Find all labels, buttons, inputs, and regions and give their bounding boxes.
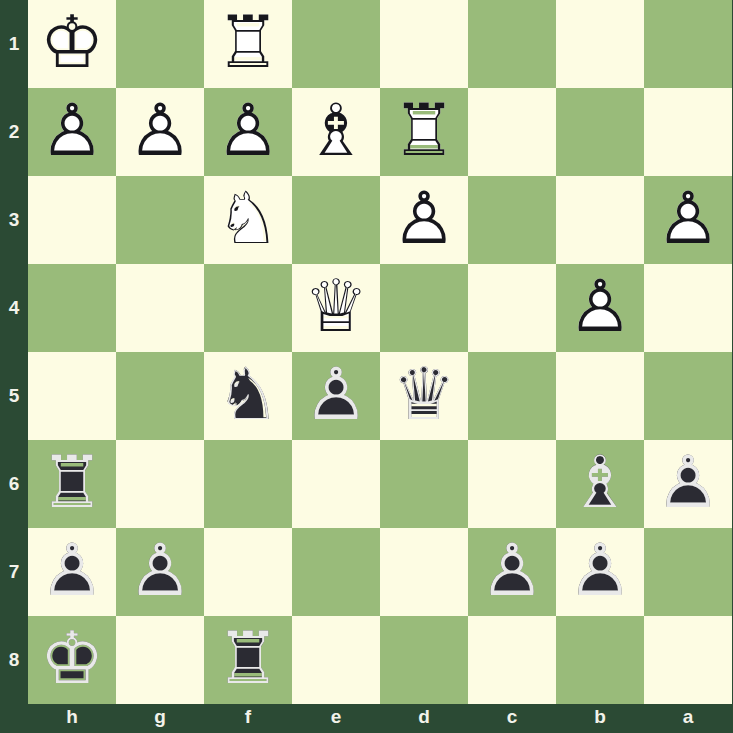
file-label-e: e bbox=[292, 704, 380, 733]
white-pawn-icon-outline: ♙ bbox=[28, 88, 116, 176]
square-a8[interactable] bbox=[644, 616, 732, 704]
square-b4[interactable]: ♟♙ bbox=[556, 264, 644, 352]
black-king-icon-outline: ♔ bbox=[28, 616, 116, 704]
square-d4[interactable] bbox=[380, 264, 468, 352]
black-queen-icon: ♛♕ bbox=[380, 352, 468, 440]
white-rook-icon-outline: ♖ bbox=[380, 88, 468, 176]
black-king-icon: ♚♔ bbox=[28, 616, 116, 704]
black-rook-icon-outline: ♖ bbox=[28, 440, 116, 528]
square-h8[interactable]: ♚♔ bbox=[28, 616, 116, 704]
rank-label-3: 3 bbox=[0, 176, 28, 264]
black-pawn-icon-outline: ♙ bbox=[28, 528, 116, 616]
rank-label-4: 4 bbox=[0, 264, 28, 352]
square-c4[interactable] bbox=[468, 264, 556, 352]
square-c2[interactable] bbox=[468, 88, 556, 176]
rank-label-7: 7 bbox=[0, 528, 28, 616]
file-label-f: f bbox=[204, 704, 292, 733]
white-knight-icon: ♞♘ bbox=[204, 176, 292, 264]
file-label-b: b bbox=[556, 704, 644, 733]
white-pawn-icon: ♟♙ bbox=[28, 88, 116, 176]
file-label-h: h bbox=[28, 704, 116, 733]
square-b2[interactable] bbox=[556, 88, 644, 176]
square-a7[interactable] bbox=[644, 528, 732, 616]
square-f2[interactable]: ♟♙ bbox=[204, 88, 292, 176]
square-g4[interactable] bbox=[116, 264, 204, 352]
square-d3[interactable]: ♟♙ bbox=[380, 176, 468, 264]
square-g8[interactable] bbox=[116, 616, 204, 704]
white-pawn-icon: ♟♙ bbox=[644, 176, 732, 264]
black-knight-icon-outline: ♘ bbox=[204, 352, 292, 440]
black-pawn-icon: ♟♙ bbox=[116, 528, 204, 616]
square-e7[interactable] bbox=[292, 528, 380, 616]
black-pawn-icon: ♟♙ bbox=[292, 352, 380, 440]
square-f3[interactable]: ♞♘ bbox=[204, 176, 292, 264]
black-queen-icon-outline: ♕ bbox=[380, 352, 468, 440]
square-d2[interactable]: ♜♖ bbox=[380, 88, 468, 176]
square-h7[interactable]: ♟♙ bbox=[28, 528, 116, 616]
square-b6[interactable]: ♝♗ bbox=[556, 440, 644, 528]
square-e1[interactable] bbox=[292, 0, 380, 88]
black-pawn-icon-outline: ♙ bbox=[468, 528, 556, 616]
black-pawn-icon-outline: ♙ bbox=[116, 528, 204, 616]
square-c6[interactable] bbox=[468, 440, 556, 528]
square-a1[interactable] bbox=[644, 0, 732, 88]
rank-label-5: 5 bbox=[0, 352, 28, 440]
white-queen-icon: ♛♕ bbox=[292, 264, 380, 352]
square-g3[interactable] bbox=[116, 176, 204, 264]
rank-label-2: 2 bbox=[0, 88, 28, 176]
file-labels: hgfedcba bbox=[28, 704, 732, 733]
square-d5[interactable]: ♛♕ bbox=[380, 352, 468, 440]
square-b1[interactable] bbox=[556, 0, 644, 88]
square-h4[interactable] bbox=[28, 264, 116, 352]
rank-label-6: 6 bbox=[0, 440, 28, 528]
square-d7[interactable] bbox=[380, 528, 468, 616]
white-rook-icon: ♜♖ bbox=[380, 88, 468, 176]
black-rook-icon: ♜♖ bbox=[28, 440, 116, 528]
chessboard-frame: 12345678 ♚♔♜♖♟♙♟♙♟♙♝♗♜♖♞♘♟♙♟♙♛♕♟♙♞♘♟♙♛♕♜… bbox=[0, 0, 733, 733]
file-label-a: a bbox=[644, 704, 732, 733]
white-bishop-icon: ♝♗ bbox=[292, 88, 380, 176]
file-label-c: c bbox=[468, 704, 556, 733]
white-pawn-icon: ♟♙ bbox=[116, 88, 204, 176]
square-f8[interactable]: ♜♖ bbox=[204, 616, 292, 704]
square-e6[interactable] bbox=[292, 440, 380, 528]
white-knight-icon-outline: ♘ bbox=[204, 176, 292, 264]
square-e8[interactable] bbox=[292, 616, 380, 704]
square-b8[interactable] bbox=[556, 616, 644, 704]
square-b7[interactable]: ♟♙ bbox=[556, 528, 644, 616]
square-c8[interactable] bbox=[468, 616, 556, 704]
square-h2[interactable]: ♟♙ bbox=[28, 88, 116, 176]
white-pawn-icon-outline: ♙ bbox=[204, 88, 292, 176]
black-pawn-icon: ♟♙ bbox=[468, 528, 556, 616]
square-g6[interactable] bbox=[116, 440, 204, 528]
white-pawn-icon-outline: ♙ bbox=[644, 176, 732, 264]
square-d1[interactable] bbox=[380, 0, 468, 88]
white-bishop-icon-outline: ♗ bbox=[292, 88, 380, 176]
square-a5[interactable] bbox=[644, 352, 732, 440]
square-h5[interactable] bbox=[28, 352, 116, 440]
square-e2[interactable]: ♝♗ bbox=[292, 88, 380, 176]
square-g2[interactable]: ♟♙ bbox=[116, 88, 204, 176]
black-bishop-icon-outline: ♗ bbox=[556, 440, 644, 528]
black-rook-icon-outline: ♖ bbox=[204, 616, 292, 704]
square-h3[interactable] bbox=[28, 176, 116, 264]
square-f7[interactable] bbox=[204, 528, 292, 616]
square-c7[interactable]: ♟♙ bbox=[468, 528, 556, 616]
square-e5[interactable]: ♟♙ bbox=[292, 352, 380, 440]
file-label-g: g bbox=[116, 704, 204, 733]
white-pawn-icon-outline: ♙ bbox=[556, 264, 644, 352]
square-a3[interactable]: ♟♙ bbox=[644, 176, 732, 264]
square-a4[interactable] bbox=[644, 264, 732, 352]
file-label-d: d bbox=[380, 704, 468, 733]
black-knight-icon: ♞♘ bbox=[204, 352, 292, 440]
rank-labels: 12345678 bbox=[0, 0, 28, 704]
white-pawn-icon-outline: ♙ bbox=[116, 88, 204, 176]
black-bishop-icon: ♝♗ bbox=[556, 440, 644, 528]
black-pawn-icon: ♟♙ bbox=[556, 528, 644, 616]
square-f5[interactable]: ♞♘ bbox=[204, 352, 292, 440]
square-b3[interactable] bbox=[556, 176, 644, 264]
square-d8[interactable] bbox=[380, 616, 468, 704]
white-pawn-icon: ♟♙ bbox=[380, 176, 468, 264]
square-c5[interactable] bbox=[468, 352, 556, 440]
white-pawn-icon: ♟♙ bbox=[556, 264, 644, 352]
white-rook-icon: ♜♖ bbox=[204, 0, 292, 88]
white-king-icon-outline: ♔ bbox=[28, 0, 116, 88]
rank-label-1: 1 bbox=[0, 0, 28, 88]
square-g7[interactable]: ♟♙ bbox=[116, 528, 204, 616]
white-rook-icon-outline: ♖ bbox=[204, 0, 292, 88]
square-h1[interactable]: ♚♔ bbox=[28, 0, 116, 88]
white-pawn-icon: ♟♙ bbox=[204, 88, 292, 176]
square-a2[interactable] bbox=[644, 88, 732, 176]
square-f4[interactable] bbox=[204, 264, 292, 352]
square-c1[interactable] bbox=[468, 0, 556, 88]
square-d6[interactable] bbox=[380, 440, 468, 528]
black-pawn-icon-outline: ♙ bbox=[292, 352, 380, 440]
black-rook-icon: ♜♖ bbox=[204, 616, 292, 704]
white-queen-icon-outline: ♕ bbox=[292, 264, 380, 352]
square-a6[interactable]: ♟♙ bbox=[644, 440, 732, 528]
black-pawn-icon-outline: ♙ bbox=[556, 528, 644, 616]
white-pawn-icon-outline: ♙ bbox=[380, 176, 468, 264]
square-g1[interactable] bbox=[116, 0, 204, 88]
square-e3[interactable] bbox=[292, 176, 380, 264]
square-b5[interactable] bbox=[556, 352, 644, 440]
square-f6[interactable] bbox=[204, 440, 292, 528]
square-g5[interactable] bbox=[116, 352, 204, 440]
square-h6[interactable]: ♜♖ bbox=[28, 440, 116, 528]
rank-label-8: 8 bbox=[0, 616, 28, 704]
chess-board: ♚♔♜♖♟♙♟♙♟♙♝♗♜♖♞♘♟♙♟♙♛♕♟♙♞♘♟♙♛♕♜♖♝♗♟♙♟♙♟♙… bbox=[28, 0, 732, 704]
white-king-icon: ♚♔ bbox=[28, 0, 116, 88]
square-e4[interactable]: ♛♕ bbox=[292, 264, 380, 352]
black-pawn-icon-outline: ♙ bbox=[644, 440, 732, 528]
square-c3[interactable] bbox=[468, 176, 556, 264]
black-pawn-icon: ♟♙ bbox=[644, 440, 732, 528]
square-f1[interactable]: ♜♖ bbox=[204, 0, 292, 88]
black-pawn-icon: ♟♙ bbox=[28, 528, 116, 616]
